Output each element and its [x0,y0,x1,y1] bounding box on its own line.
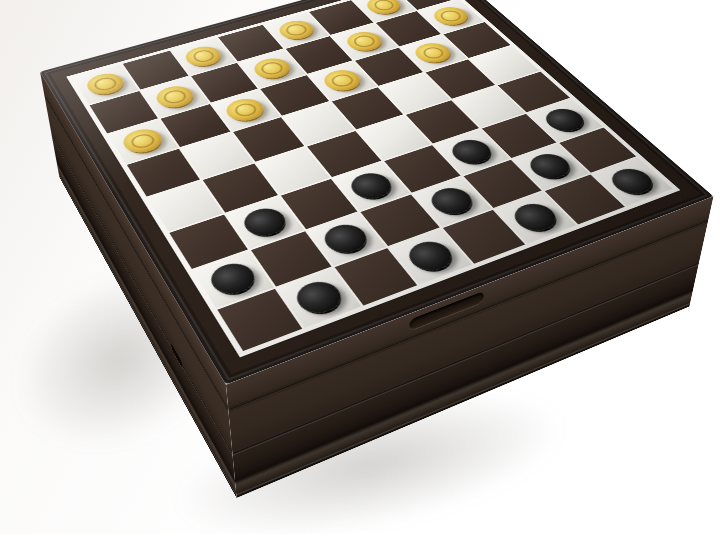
gold-checker-c6[interactable] [221,95,270,124]
drawer-pull-notch [171,342,183,369]
gold-checker-g8[interactable] [362,0,406,17]
gold-checker-g6[interactable] [410,40,457,66]
wooden-game-box [50,13,701,444]
gold-checker-b7[interactable] [151,83,198,112]
black-checker-f3[interactable] [445,136,498,168]
black-checker-d3[interactable] [344,169,398,203]
gold-checker-a6[interactable] [118,126,167,157]
black-checker-e2[interactable] [424,184,479,219]
black-checker-b1[interactable] [289,277,348,319]
gold-checker-h7[interactable] [428,4,474,28]
black-checker-h3[interactable] [539,105,591,135]
black-checker-d1[interactable] [402,237,460,276]
black-checker-a2[interactable] [205,259,262,299]
scene [0,0,720,534]
gold-checker-f7[interactable] [341,29,387,54]
gold-checker-a8[interactable] [82,70,128,98]
gold-checker-e8[interactable] [274,18,319,43]
gold-checker-c8[interactable] [181,43,227,69]
black-checker-h1[interactable] [604,165,660,199]
black-checker-f1[interactable] [507,200,564,236]
gold-checker-e6[interactable] [318,67,366,95]
product-photo [0,0,720,534]
black-checker-g2[interactable] [523,150,577,183]
black-checker-c2[interactable] [318,220,374,258]
black-checker-b3[interactable] [237,204,291,240]
gold-checker-d7[interactable] [249,55,296,82]
